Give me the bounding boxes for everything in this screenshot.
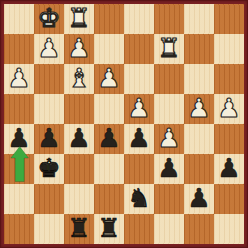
black-pawn: ♟ [127,124,150,153]
square-g2[interactable]: ♟ [34,34,64,64]
square-d2[interactable] [124,34,154,64]
square-a3[interactable] [214,64,244,94]
square-b7[interactable]: ♟ [184,184,214,214]
white-pawn: ♟ [157,124,180,153]
white-pawn: ♟ [187,94,210,123]
square-a8[interactable] [214,214,244,244]
black-pawn: ♟ [7,124,30,153]
black-pawn: ♟ [217,154,240,183]
black-pawn: ♟ [187,184,210,213]
square-h5[interactable]: ♟ [4,124,34,154]
square-e7[interactable] [94,184,124,214]
square-c4[interactable] [154,94,184,124]
square-g5[interactable]: ♟ [34,124,64,154]
black-rook: ♜ [97,214,120,243]
square-d1[interactable] [124,4,154,34]
white-pawn: ♟ [7,64,30,93]
square-c1[interactable] [154,4,184,34]
white-king: ♚ [37,4,60,33]
square-d7[interactable]: ♞ [124,184,154,214]
square-c3[interactable] [154,64,184,94]
square-a1[interactable] [214,4,244,34]
square-h1[interactable] [4,4,34,34]
square-a5[interactable] [214,124,244,154]
square-b8[interactable] [184,214,214,244]
square-a4[interactable]: ♟ [214,94,244,124]
square-d6[interactable] [124,154,154,184]
square-a2[interactable] [214,34,244,64]
square-f3[interactable]: ♝ [64,64,94,94]
square-e4[interactable] [94,94,124,124]
square-f1[interactable]: ♜ [64,4,94,34]
black-rook: ♜ [67,214,90,243]
square-h7[interactable] [4,184,34,214]
square-g7[interactable] [34,184,64,214]
square-f4[interactable] [64,94,94,124]
square-b4[interactable]: ♟ [184,94,214,124]
square-h2[interactable] [4,34,34,64]
square-b6[interactable] [184,154,214,184]
square-f2[interactable]: ♟ [64,34,94,64]
square-g4[interactable] [34,94,64,124]
white-rook: ♜ [157,34,180,63]
square-e3[interactable]: ♟ [94,64,124,94]
white-pawn: ♟ [97,64,120,93]
white-bishop: ♝ [67,64,90,93]
square-b1[interactable] [184,4,214,34]
square-b2[interactable] [184,34,214,64]
square-c8[interactable] [154,214,184,244]
square-e8[interactable]: ♜ [94,214,124,244]
square-c5[interactable]: ♟ [154,124,184,154]
chess-board-frame: ♚♜♟♟♜♟♝♟♟♟♟♟♟♟♟♟♟♚♟♟♞♟♜♜ [0,0,248,248]
square-c2[interactable]: ♜ [154,34,184,64]
square-b5[interactable] [184,124,214,154]
white-rook: ♜ [67,4,90,33]
white-pawn: ♟ [127,94,150,123]
square-g3[interactable] [34,64,64,94]
square-d4[interactable]: ♟ [124,94,154,124]
white-pawn: ♟ [37,34,60,63]
square-f7[interactable] [64,184,94,214]
square-e2[interactable] [94,34,124,64]
square-d3[interactable] [124,64,154,94]
square-h8[interactable] [4,214,34,244]
chess-board: ♚♜♟♟♜♟♝♟♟♟♟♟♟♟♟♟♟♚♟♟♞♟♜♜ [4,4,244,244]
white-pawn: ♟ [217,94,240,123]
square-g1[interactable]: ♚ [34,4,64,34]
black-knight: ♞ [127,184,150,213]
black-pawn: ♟ [67,124,90,153]
square-h4[interactable] [4,94,34,124]
black-pawn: ♟ [157,154,180,183]
black-pawn: ♟ [97,124,120,153]
square-a7[interactable] [214,184,244,214]
square-g6[interactable]: ♚ [34,154,64,184]
square-h3[interactable]: ♟ [4,64,34,94]
square-d5[interactable]: ♟ [124,124,154,154]
black-king: ♚ [37,154,60,183]
square-a6[interactable]: ♟ [214,154,244,184]
square-f6[interactable] [64,154,94,184]
square-c7[interactable] [154,184,184,214]
square-e6[interactable] [94,154,124,184]
square-g8[interactable] [34,214,64,244]
white-pawn: ♟ [67,34,90,63]
square-c6[interactable]: ♟ [154,154,184,184]
square-h6[interactable] [4,154,34,184]
square-f8[interactable]: ♜ [64,214,94,244]
square-e1[interactable] [94,4,124,34]
square-b3[interactable] [184,64,214,94]
square-f5[interactable]: ♟ [64,124,94,154]
square-d8[interactable] [124,214,154,244]
square-e5[interactable]: ♟ [94,124,124,154]
black-pawn: ♟ [37,124,60,153]
